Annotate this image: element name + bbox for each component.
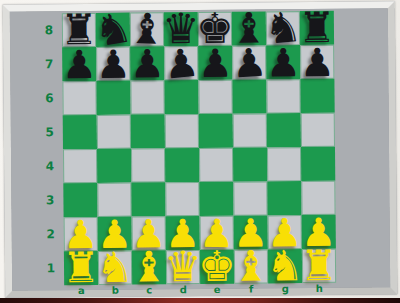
square-a1[interactable]: ♜ xyxy=(64,251,98,285)
table-edge-strip xyxy=(0,298,400,303)
square-c4[interactable] xyxy=(131,148,165,182)
piece-yellow-knight[interactable]: ♞ xyxy=(268,249,302,283)
rank-label-2: 2 xyxy=(12,217,64,251)
square-g7[interactable]: ♟ xyxy=(266,45,300,79)
square-g4[interactable] xyxy=(267,147,301,181)
square-c5[interactable] xyxy=(131,114,165,148)
piece-black-pawn[interactable]: ♟ xyxy=(97,48,129,80)
piece-yellow-bishop[interactable]: ♝ xyxy=(132,250,166,284)
rank-label-3: 3 xyxy=(11,183,63,217)
rank-label-7: 7 xyxy=(10,47,62,81)
board-surface: 87654321 ♜♞♝♛♚♝♞♜♟♟♟♟♟♟♟♟♟♟♟♟♟♟♟♟♜♞♝♛♚♝♞… xyxy=(10,8,390,290)
square-e1[interactable]: ♚ xyxy=(200,250,234,284)
square-h7[interactable]: ♟ xyxy=(300,45,334,79)
piece-black-pawn[interactable]: ♟ xyxy=(198,46,232,80)
piece-black-pawn[interactable]: ♟ xyxy=(62,47,96,81)
square-f1[interactable]: ♝ xyxy=(234,249,268,283)
square-f7[interactable]: ♟ xyxy=(232,45,266,79)
piece-yellow-bishop[interactable]: ♝ xyxy=(235,250,267,282)
board-frame: 87654321 ♜♞♝♛♚♝♞♜♟♟♟♟♟♟♟♟♟♟♟♟♟♟♟♟♜♞♝♛♚♝♞… xyxy=(3,1,398,297)
rank-label-4: 4 xyxy=(11,149,63,183)
square-b7[interactable]: ♟ xyxy=(96,47,130,81)
rank-label-6: 6 xyxy=(10,81,62,115)
square-a4[interactable] xyxy=(63,149,97,183)
square-d7[interactable]: ♟ xyxy=(164,46,198,80)
piece-yellow-queen[interactable]: ♛ xyxy=(167,251,199,283)
square-g5[interactable] xyxy=(267,113,301,147)
square-d4[interactable] xyxy=(165,148,199,182)
square-e7[interactable]: ♟ xyxy=(198,46,232,80)
square-d5[interactable] xyxy=(165,114,199,148)
piece-black-pawn[interactable]: ♟ xyxy=(130,46,164,80)
square-c1[interactable]: ♝ xyxy=(132,250,166,284)
square-h1[interactable]: ♜ xyxy=(302,249,336,283)
piece-yellow-knight[interactable]: ♞ xyxy=(99,252,131,284)
square-a7[interactable]: ♟ xyxy=(62,47,96,81)
square-h4[interactable] xyxy=(301,147,335,181)
piece-black-pawn[interactable]: ♟ xyxy=(301,46,333,78)
square-h5[interactable] xyxy=(301,113,335,147)
photo-scene: { "game": "chess", "scene": { "descripti… xyxy=(0,0,400,303)
rank-label-5: 5 xyxy=(11,115,63,149)
rank-labels: 87654321 xyxy=(10,13,64,285)
piece-black-pawn[interactable]: ♟ xyxy=(266,45,300,79)
square-a5[interactable] xyxy=(63,115,97,149)
squares-grid: ♜♞♝♛♚♝♞♜♟♟♟♟♟♟♟♟♟♟♟♟♟♟♟♟♜♞♝♛♚♝♞♜ xyxy=(62,11,336,285)
piece-yellow-king[interactable]: ♚ xyxy=(200,250,234,284)
square-b1[interactable]: ♞ xyxy=(98,251,132,285)
square-e4[interactable] xyxy=(199,148,233,182)
piece-yellow-rook[interactable]: ♜ xyxy=(303,250,335,282)
square-e5[interactable] xyxy=(199,114,233,148)
square-c7[interactable]: ♟ xyxy=(130,46,164,80)
rank-label-8: 8 xyxy=(10,13,62,47)
rank-label-1: 1 xyxy=(12,251,64,285)
piece-yellow-rook[interactable]: ♜ xyxy=(64,251,98,285)
piece-black-pawn[interactable]: ♟ xyxy=(164,46,199,81)
square-b4[interactable] xyxy=(97,149,131,183)
square-f5[interactable] xyxy=(233,113,267,147)
square-g1[interactable]: ♞ xyxy=(268,249,302,283)
piece-black-pawn[interactable]: ♟ xyxy=(232,46,266,80)
square-d1[interactable]: ♛ xyxy=(166,250,200,284)
square-f4[interactable] xyxy=(233,147,267,181)
square-b5[interactable] xyxy=(97,115,131,149)
